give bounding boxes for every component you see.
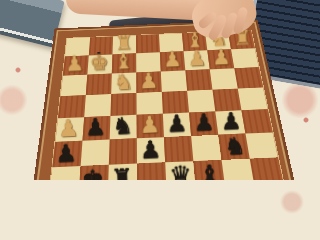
square-a7[interactable] bbox=[250, 157, 284, 180]
square-b2[interactable]: ♟ bbox=[207, 49, 234, 69]
square-g3[interactable] bbox=[86, 74, 112, 96]
board-grid: ♜♝♞♜♟♚♝♟♟♟♞♟♟♟♞♟♟♟♟♟♟♞♚♜♛♝♜ bbox=[45, 30, 291, 180]
piece-wP-e3[interactable]: ♟ bbox=[136, 69, 162, 92]
piece-bB-c7[interactable]: ♝ bbox=[195, 161, 225, 180]
square-a4[interactable] bbox=[238, 87, 268, 110]
square-c3[interactable] bbox=[185, 69, 212, 90]
piece-wP-h2[interactable]: ♟ bbox=[62, 53, 87, 75]
piece-bP-h6[interactable]: ♟ bbox=[51, 141, 80, 166]
piece-wP-e5[interactable]: ♟ bbox=[136, 113, 164, 137]
square-e6[interactable]: ♟ bbox=[137, 137, 165, 163]
piece-bP-g5[interactable]: ♟ bbox=[82, 115, 110, 139]
square-h3[interactable] bbox=[61, 75, 88, 97]
square-f3[interactable]: ♞ bbox=[111, 73, 136, 95]
piece-wP-h5[interactable]: ♟ bbox=[54, 117, 82, 141]
piece-wP-b2[interactable]: ♟ bbox=[209, 47, 234, 69]
square-d6[interactable] bbox=[164, 136, 193, 162]
square-f6[interactable] bbox=[109, 138, 137, 164]
piece-wP-d2[interactable]: ♟ bbox=[160, 49, 185, 71]
board-frame: ♜♝♞♜♟♚♝♟♟♟♞♟♟♟♞♟♟♟♟♟♟♞♚♜♛♝♜ bbox=[26, 20, 305, 180]
piece-bP-d5[interactable]: ♟ bbox=[163, 112, 191, 136]
square-e7[interactable] bbox=[137, 162, 166, 180]
square-a3[interactable] bbox=[234, 67, 263, 88]
square-g5[interactable]: ♟ bbox=[82, 116, 110, 141]
square-a6[interactable] bbox=[245, 132, 277, 158]
piece-wK-g2[interactable]: ♚ bbox=[86, 52, 111, 74]
piece-bN-f5[interactable]: ♞ bbox=[109, 114, 137, 138]
square-d5[interactable]: ♟ bbox=[163, 113, 191, 138]
square-d7[interactable]: ♛ bbox=[165, 161, 196, 180]
square-a5[interactable] bbox=[241, 109, 272, 133]
square-e3[interactable]: ♟ bbox=[136, 71, 161, 93]
square-h7[interactable] bbox=[49, 166, 80, 180]
square-g2[interactable]: ♚ bbox=[87, 54, 112, 74]
square-g7[interactable]: ♚ bbox=[79, 165, 109, 180]
square-d2[interactable]: ♟ bbox=[160, 51, 185, 71]
piece-bP-c5[interactable]: ♟ bbox=[190, 111, 218, 135]
square-e1[interactable] bbox=[136, 34, 160, 53]
chess-board: ♜♝♞♜♟♚♝♟♟♟♞♟♟♟♞♟♟♟♟♟♟♞♚♜♛♝♜ bbox=[0, 0, 320, 180]
square-c6[interactable] bbox=[191, 135, 221, 161]
square-c7[interactable]: ♝ bbox=[193, 160, 225, 180]
square-c2[interactable]: ♟ bbox=[184, 50, 210, 70]
square-c5[interactable]: ♟ bbox=[189, 111, 218, 136]
piece-bR-f7[interactable]: ♜ bbox=[107, 165, 137, 180]
piece-wP-c2[interactable]: ♟ bbox=[184, 48, 209, 70]
square-d3[interactable] bbox=[161, 70, 187, 91]
piece-bN-b6[interactable]: ♞ bbox=[220, 134, 249, 159]
piece-bK-g7[interactable]: ♚ bbox=[78, 166, 108, 180]
square-b6[interactable]: ♞ bbox=[218, 134, 249, 160]
square-b3[interactable] bbox=[210, 68, 238, 89]
square-h5[interactable]: ♟ bbox=[55, 117, 84, 142]
square-f7[interactable]: ♜ bbox=[108, 164, 137, 180]
piece-bP-b5[interactable]: ♟ bbox=[217, 109, 245, 133]
square-f5[interactable]: ♞ bbox=[110, 115, 137, 140]
piece-bQ-d7[interactable]: ♛ bbox=[165, 162, 195, 180]
square-a2[interactable] bbox=[231, 48, 259, 68]
square-h2[interactable]: ♟ bbox=[63, 55, 89, 75]
piece-bP-e6[interactable]: ♟ bbox=[136, 137, 165, 162]
piece-wN-f3[interactable]: ♞ bbox=[110, 71, 136, 94]
square-g6[interactable] bbox=[81, 140, 110, 167]
square-h6[interactable]: ♟ bbox=[52, 141, 82, 168]
square-b7[interactable] bbox=[222, 159, 255, 180]
